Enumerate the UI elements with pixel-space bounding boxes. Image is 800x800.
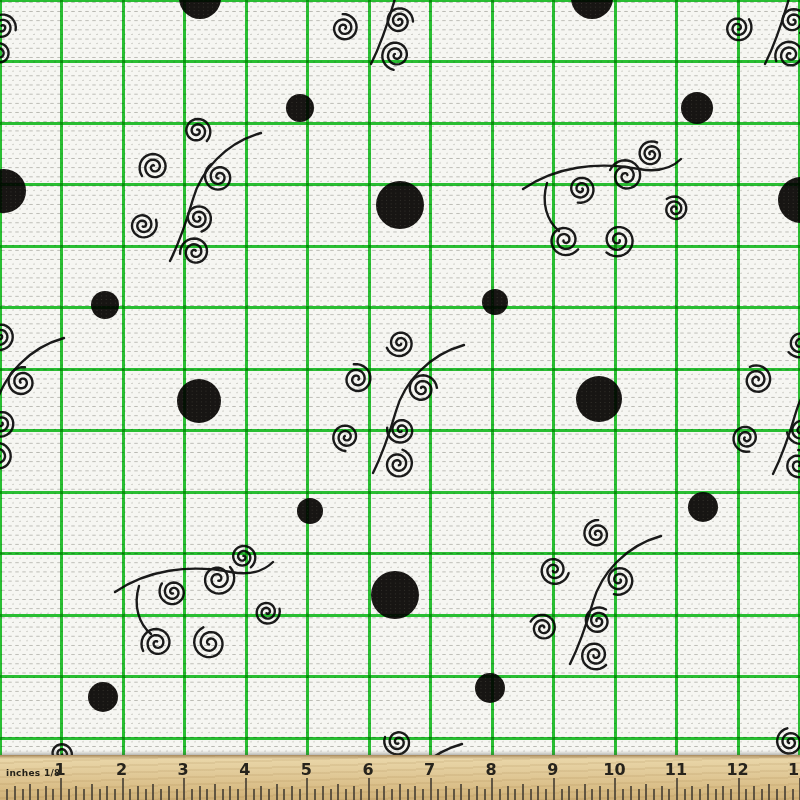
eighth-tick xyxy=(792,789,794,800)
eighth-tick xyxy=(253,789,255,800)
eighth-tick xyxy=(137,786,139,800)
eighth-tick xyxy=(745,789,747,800)
inch-tick xyxy=(614,778,616,800)
eighth-tick xyxy=(476,786,478,800)
spiral-curl xyxy=(334,14,357,39)
eighth-tick xyxy=(260,786,262,800)
eighth-tick xyxy=(715,789,717,800)
grid-line-horizontal xyxy=(0,614,800,617)
flourish-stem xyxy=(371,0,462,64)
spiral-curl xyxy=(382,43,407,70)
eighth-tick xyxy=(445,786,447,800)
polka-dot xyxy=(681,92,713,124)
grid-line-vertical xyxy=(429,0,432,800)
spiral-curl xyxy=(0,15,16,37)
eighth-tick xyxy=(360,789,362,800)
eighth-tick xyxy=(214,784,216,800)
eighth-tick xyxy=(453,789,455,800)
grid-line-horizontal xyxy=(0,368,800,371)
eighth-tick xyxy=(576,789,578,800)
inch-tick xyxy=(245,778,247,800)
flourish-print-layer xyxy=(0,0,800,800)
eighth-tick xyxy=(468,789,470,800)
spiral-curl xyxy=(132,215,157,237)
polka-dot xyxy=(91,291,119,319)
spiral-curl xyxy=(160,583,184,605)
spiral-curl xyxy=(387,450,412,477)
ruler-inch-number: 2 xyxy=(116,760,127,779)
polka-dot xyxy=(482,289,508,315)
grid-line-horizontal xyxy=(0,0,800,2)
eighth-tick xyxy=(6,789,8,800)
eighth-tick xyxy=(337,784,339,800)
eighth-tick xyxy=(784,786,786,800)
eighth-tick xyxy=(545,789,547,800)
spiral-curl xyxy=(388,8,413,31)
grid-line-vertical xyxy=(368,0,371,800)
inch-tick xyxy=(553,778,555,800)
grid-line-vertical xyxy=(675,0,678,800)
eighth-tick xyxy=(152,784,154,800)
eighth-tick xyxy=(460,784,462,800)
spiral-curl xyxy=(584,520,607,545)
spiral-curl xyxy=(0,443,11,468)
grid-line-vertical xyxy=(306,0,309,800)
eighth-tick xyxy=(353,786,355,800)
eighth-tick xyxy=(645,784,647,800)
eighth-tick xyxy=(229,786,231,800)
grid-line-horizontal xyxy=(0,245,800,248)
flourish-motif xyxy=(531,520,661,669)
ruler-inch-number: 10 xyxy=(603,760,625,779)
flourish-stem xyxy=(0,338,64,466)
eighth-tick xyxy=(661,786,663,800)
eighth-tick xyxy=(591,789,593,800)
ruler-inch-number: 13 xyxy=(788,760,800,779)
eighth-tick xyxy=(668,789,670,800)
grid-line-horizontal xyxy=(0,429,800,432)
eighth-tick xyxy=(176,789,178,800)
eighth-tick xyxy=(407,789,409,800)
flourish-motif xyxy=(523,141,686,256)
eighth-tick xyxy=(145,789,147,800)
eighth-tick xyxy=(414,786,416,800)
spiral-curl xyxy=(571,178,593,203)
flourish-stem xyxy=(137,586,151,634)
eighth-tick xyxy=(561,789,563,800)
eighth-tick xyxy=(299,789,301,800)
eighth-tick xyxy=(75,786,77,800)
spiral-curl xyxy=(0,412,13,437)
eighth-tick xyxy=(29,784,31,800)
spiral-curl xyxy=(552,228,579,255)
spiral-curl xyxy=(387,333,412,356)
eighth-tick xyxy=(707,784,709,800)
ruler-inch-number: 4 xyxy=(239,760,250,779)
grid-line-horizontal xyxy=(0,491,800,494)
eighth-tick xyxy=(622,789,624,800)
spiral-curl xyxy=(777,728,800,753)
eighth-tick xyxy=(584,784,586,800)
eighth-tick xyxy=(199,786,201,800)
flourish-motif xyxy=(0,325,64,469)
spiral-curl xyxy=(9,367,33,394)
eighth-tick xyxy=(330,789,332,800)
fabric-swatch-photo: inches 1/8 12345678910111213 xyxy=(0,0,800,800)
eighth-tick xyxy=(129,789,131,800)
grid-line-vertical xyxy=(614,0,617,800)
flourish-stem xyxy=(373,345,464,473)
eighth-tick xyxy=(722,786,724,800)
grid-line-horizontal xyxy=(0,737,800,740)
spiral-curl xyxy=(582,644,606,670)
grid-line-vertical xyxy=(245,0,248,800)
grid-line-horizontal xyxy=(0,60,800,63)
inch-tick xyxy=(676,778,678,800)
wooden-ruler: inches 1/8 12345678910111213 xyxy=(0,755,800,800)
eighth-tick xyxy=(653,789,655,800)
polka-dot xyxy=(286,94,314,122)
eighth-tick xyxy=(191,789,193,800)
eighth-tick xyxy=(314,789,316,800)
inch-tick xyxy=(122,778,124,800)
eighth-tick xyxy=(499,789,501,800)
eighth-tick xyxy=(699,789,701,800)
eighth-tick xyxy=(237,789,239,800)
ruler-inch-number: 6 xyxy=(362,760,373,779)
eighth-tick xyxy=(768,784,770,800)
ruler-inch-number: 5 xyxy=(301,760,312,779)
eighth-tick xyxy=(522,784,524,800)
eighth-tick xyxy=(514,789,516,800)
grid-line-vertical xyxy=(60,0,63,800)
spiral-curl xyxy=(410,375,437,400)
grid-line-horizontal xyxy=(0,183,800,186)
inch-tick xyxy=(430,778,432,800)
grid-line-vertical xyxy=(0,0,2,800)
eighth-tick xyxy=(730,789,732,800)
inch-tick xyxy=(368,778,370,800)
eighth-tick xyxy=(83,789,85,800)
eighth-tick xyxy=(607,789,609,800)
spiral-curl xyxy=(140,154,166,177)
eighth-tick xyxy=(753,786,755,800)
spiral-curl xyxy=(194,627,222,657)
flourish-motif xyxy=(0,15,16,67)
eighth-tick xyxy=(568,786,570,800)
eighth-tick xyxy=(37,789,39,800)
grid-line-vertical xyxy=(183,0,186,800)
eighth-tick xyxy=(160,789,162,800)
eighth-tick xyxy=(530,789,532,800)
eighth-tick xyxy=(630,786,632,800)
eighth-tick xyxy=(484,789,486,800)
ruler-unit-label: inches 1/8 xyxy=(6,768,61,778)
spiral-curl xyxy=(0,325,13,350)
eighth-tick xyxy=(437,789,439,800)
flourish-motif xyxy=(132,119,261,263)
ruler-inch-number: 7 xyxy=(424,760,435,779)
inch-tick xyxy=(60,778,62,800)
eighth-tick xyxy=(391,789,393,800)
spiral-curl xyxy=(640,141,660,164)
polka-dot xyxy=(297,498,323,524)
eighth-tick xyxy=(599,786,601,800)
eighth-tick xyxy=(168,786,170,800)
eighth-tick xyxy=(14,786,16,800)
eighth-tick xyxy=(638,789,640,800)
eighth-tick xyxy=(399,784,401,800)
eighth-tick xyxy=(345,789,347,800)
inch-tick xyxy=(183,778,185,800)
polka-dot xyxy=(376,181,424,229)
eighth-tick xyxy=(422,789,424,800)
eighth-tick xyxy=(276,784,278,800)
eighth-tick xyxy=(45,786,47,800)
ruler-inch-number: 1 xyxy=(54,760,65,779)
eighth-tick xyxy=(376,789,378,800)
eighth-tick xyxy=(761,789,763,800)
flourish-motif xyxy=(333,333,464,477)
ruler-inch-number: 3 xyxy=(178,760,189,779)
grid-line-vertical xyxy=(491,0,494,800)
grid-line-horizontal xyxy=(0,306,800,309)
eighth-tick xyxy=(206,789,208,800)
polka-dot xyxy=(88,682,118,712)
inch-tick xyxy=(491,778,493,800)
inch-tick xyxy=(738,778,740,800)
eighth-tick xyxy=(537,786,539,800)
eighth-tick xyxy=(684,789,686,800)
eighth-tick xyxy=(383,786,385,800)
spiral-curl xyxy=(542,559,569,584)
ruler-inch-number: 11 xyxy=(665,760,687,779)
ruler-inch-number: 8 xyxy=(486,760,497,779)
eighth-tick xyxy=(291,786,293,800)
eighth-tick xyxy=(99,789,101,800)
eighth-tick xyxy=(691,786,693,800)
spiral-curl xyxy=(188,206,211,231)
spiral-curl xyxy=(586,608,608,632)
flourish-motif xyxy=(734,334,800,478)
spiral-curl xyxy=(609,568,633,595)
ruler-inch-number: 12 xyxy=(726,760,748,779)
eighth-tick xyxy=(222,789,224,800)
grid-line-vertical xyxy=(122,0,125,800)
spiral-curl xyxy=(607,227,633,256)
grid-line-horizontal xyxy=(0,122,800,125)
eighth-tick xyxy=(22,789,24,800)
eighth-tick xyxy=(322,786,324,800)
grid-line-vertical xyxy=(737,0,740,800)
flourish-motif xyxy=(115,546,280,657)
eighth-tick xyxy=(106,786,108,800)
eighth-tick xyxy=(114,789,116,800)
spiral-curl xyxy=(142,629,170,654)
polka-dot xyxy=(688,492,718,522)
eighth-tick xyxy=(507,786,509,800)
ruler-inch-number: 9 xyxy=(547,760,558,779)
grid-line-horizontal xyxy=(0,675,800,678)
eighth-tick xyxy=(91,784,93,800)
grid-line-horizontal xyxy=(0,552,800,555)
grid-line-vertical xyxy=(552,0,555,800)
eighth-tick xyxy=(52,789,54,800)
inch-tick xyxy=(306,778,308,800)
eighth-tick xyxy=(268,789,270,800)
eighth-tick xyxy=(776,789,778,800)
eighth-tick xyxy=(283,789,285,800)
eighth-tick xyxy=(68,789,70,800)
polka-dot xyxy=(371,571,419,619)
